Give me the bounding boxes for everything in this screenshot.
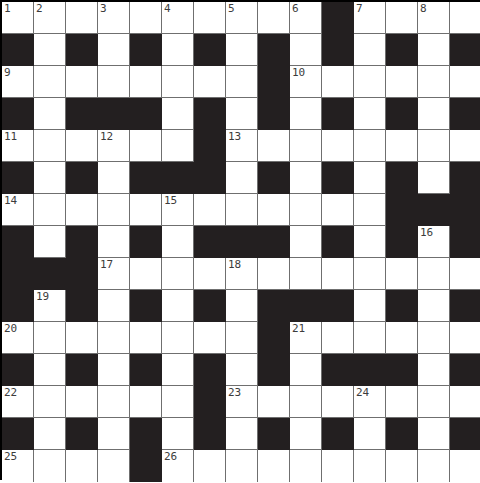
white-cell-r7c3[interactable] xyxy=(98,226,130,258)
black-cell-r5c10 xyxy=(322,162,354,194)
black-cell-r6c14 xyxy=(450,194,480,226)
clue-number-20: 20 xyxy=(4,322,17,335)
black-cell-r7c0 xyxy=(2,226,34,258)
black-cell-r5c14 xyxy=(450,162,480,194)
black-cell-r13c8 xyxy=(258,418,290,450)
white-cell-r6c8[interactable] xyxy=(258,194,290,226)
white-cell-r8c13[interactable] xyxy=(418,258,450,290)
black-cell-r11c14 xyxy=(450,354,480,386)
black-cell-r5c6 xyxy=(194,162,226,194)
white-cell-r8c11[interactable] xyxy=(354,258,386,290)
white-cell-r12c0[interactable]: 22 xyxy=(2,386,34,418)
white-cell-r11c9[interactable] xyxy=(290,354,322,386)
black-cell-r4c6 xyxy=(194,130,226,162)
white-cell-r10c12[interactable] xyxy=(386,322,418,354)
white-cell-r8c9[interactable] xyxy=(290,258,322,290)
black-cell-r1c12 xyxy=(386,34,418,66)
black-cell-r3c4 xyxy=(130,98,162,130)
clue-number-24: 24 xyxy=(356,386,369,399)
white-cell-r3c7[interactable] xyxy=(226,98,258,130)
white-cell-r2c10[interactable] xyxy=(322,66,354,98)
black-cell-r11c12 xyxy=(386,354,418,386)
white-cell-r13c1[interactable] xyxy=(34,418,66,450)
clue-number-17: 17 xyxy=(100,258,113,271)
white-cell-r6c9[interactable] xyxy=(290,194,322,226)
white-cell-r14c9[interactable] xyxy=(290,450,322,482)
white-cell-r2c1[interactable] xyxy=(34,66,66,98)
black-cell-r9c12 xyxy=(386,290,418,322)
white-cell-r0c11[interactable]: 7 xyxy=(354,2,386,34)
black-cell-r1c14 xyxy=(450,34,480,66)
black-cell-r8c1 xyxy=(34,258,66,290)
black-cell-r6c13 xyxy=(418,194,450,226)
clue-number-25: 25 xyxy=(4,450,17,463)
white-cell-r11c1[interactable] xyxy=(34,354,66,386)
black-cell-r1c2 xyxy=(66,34,98,66)
white-cell-r12c14[interactable] xyxy=(450,386,480,418)
white-cell-r0c7[interactable]: 5 xyxy=(226,2,258,34)
white-cell-r4c10[interactable] xyxy=(322,130,354,162)
white-cell-r14c11[interactable] xyxy=(354,450,386,482)
black-cell-r5c8 xyxy=(258,162,290,194)
white-cell-r14c10[interactable] xyxy=(322,450,354,482)
black-cell-r3c2 xyxy=(66,98,98,130)
clue-number-8: 8 xyxy=(420,2,427,15)
black-cell-r3c8 xyxy=(258,98,290,130)
white-cell-r8c6[interactable] xyxy=(194,258,226,290)
white-cell-r12c8[interactable] xyxy=(258,386,290,418)
white-cell-r4c14[interactable] xyxy=(450,130,480,162)
white-cell-r4c4[interactable] xyxy=(130,130,162,162)
white-cell-r0c14[interactable] xyxy=(450,2,480,34)
white-cell-r0c3[interactable]: 3 xyxy=(98,2,130,34)
white-cell-r10c14[interactable] xyxy=(450,322,480,354)
white-cell-r10c0[interactable]: 20 xyxy=(2,322,34,354)
black-cell-r1c8 xyxy=(258,34,290,66)
clue-number-12: 12 xyxy=(100,130,113,143)
clue-number-21: 21 xyxy=(292,322,305,335)
black-cell-r7c6 xyxy=(194,226,226,258)
clue-number-26: 26 xyxy=(164,450,177,463)
white-cell-r4c1[interactable] xyxy=(34,130,66,162)
white-cell-r4c0[interactable]: 11 xyxy=(2,130,34,162)
white-cell-r4c12[interactable] xyxy=(386,130,418,162)
clue-number-13: 13 xyxy=(228,130,241,143)
white-cell-r7c11[interactable] xyxy=(354,226,386,258)
clue-number-14: 14 xyxy=(4,194,17,207)
white-cell-r2c11[interactable] xyxy=(354,66,386,98)
white-cell-r10c13[interactable] xyxy=(418,322,450,354)
white-cell-r10c6[interactable] xyxy=(194,322,226,354)
white-cell-r2c3[interactable] xyxy=(98,66,130,98)
white-cell-r11c3[interactable] xyxy=(98,354,130,386)
white-cell-r9c1[interactable]: 19 xyxy=(34,290,66,322)
white-cell-r9c7[interactable] xyxy=(226,290,258,322)
black-cell-r14c4 xyxy=(130,450,162,482)
white-cell-r9c3[interactable] xyxy=(98,290,130,322)
black-cell-r5c0 xyxy=(2,162,34,194)
white-cell-r7c5[interactable] xyxy=(162,226,194,258)
white-cell-r13c7[interactable] xyxy=(226,418,258,450)
clue-number-15: 15 xyxy=(164,194,177,207)
black-cell-r9c4 xyxy=(130,290,162,322)
white-cell-r2c9[interactable]: 10 xyxy=(290,66,322,98)
white-cell-r4c9[interactable] xyxy=(290,130,322,162)
white-cell-r14c7[interactable] xyxy=(226,450,258,482)
white-cell-r2c12[interactable] xyxy=(386,66,418,98)
black-cell-r13c2 xyxy=(66,418,98,450)
black-cell-r3c0 xyxy=(2,98,34,130)
white-cell-r10c10[interactable] xyxy=(322,322,354,354)
white-cell-r1c1[interactable] xyxy=(34,34,66,66)
black-cell-r5c5 xyxy=(162,162,194,194)
white-cell-r10c2[interactable] xyxy=(66,322,98,354)
white-cell-r9c13[interactable] xyxy=(418,290,450,322)
white-cell-r2c13[interactable] xyxy=(418,66,450,98)
black-cell-r8c0 xyxy=(2,258,34,290)
white-cell-r14c8[interactable] xyxy=(258,450,290,482)
white-cell-r8c12[interactable] xyxy=(386,258,418,290)
black-cell-r8c2 xyxy=(66,258,98,290)
white-cell-r6c4[interactable] xyxy=(130,194,162,226)
white-cell-r4c5[interactable] xyxy=(162,130,194,162)
white-cell-r7c13[interactable]: 16 xyxy=(418,226,450,258)
white-cell-r5c9[interactable] xyxy=(290,162,322,194)
white-cell-r2c6[interactable] xyxy=(194,66,226,98)
white-cell-r4c2[interactable] xyxy=(66,130,98,162)
white-cell-r8c7[interactable]: 18 xyxy=(226,258,258,290)
black-cell-r9c9 xyxy=(290,290,322,322)
clue-number-2: 2 xyxy=(36,2,43,15)
black-cell-r9c10 xyxy=(322,290,354,322)
white-cell-r2c7[interactable] xyxy=(226,66,258,98)
black-cell-r3c12 xyxy=(386,98,418,130)
black-cell-r3c3 xyxy=(98,98,130,130)
black-cell-r10c8 xyxy=(258,322,290,354)
white-cell-r5c7[interactable] xyxy=(226,162,258,194)
black-cell-r3c6 xyxy=(194,98,226,130)
black-cell-r7c2 xyxy=(66,226,98,258)
white-cell-r0c5[interactable]: 4 xyxy=(162,2,194,34)
white-cell-r1c5[interactable] xyxy=(162,34,194,66)
black-cell-r11c0 xyxy=(2,354,34,386)
black-cell-r5c4 xyxy=(130,162,162,194)
white-cell-r6c6[interactable] xyxy=(194,194,226,226)
black-cell-r3c14 xyxy=(450,98,480,130)
white-cell-r14c0[interactable]: 25 xyxy=(2,450,34,482)
black-cell-r11c6 xyxy=(194,354,226,386)
white-cell-r5c13[interactable] xyxy=(418,162,450,194)
white-cell-r12c13[interactable] xyxy=(418,386,450,418)
black-cell-r7c8 xyxy=(258,226,290,258)
clue-number-11: 11 xyxy=(4,130,17,143)
white-cell-r5c1[interactable] xyxy=(34,162,66,194)
white-cell-r10c3[interactable] xyxy=(98,322,130,354)
white-cell-r7c9[interactable] xyxy=(290,226,322,258)
black-cell-r13c6 xyxy=(194,418,226,450)
black-cell-r5c2 xyxy=(66,162,98,194)
white-cell-r4c13[interactable] xyxy=(418,130,450,162)
white-cell-r7c1[interactable] xyxy=(34,226,66,258)
white-cell-r14c2[interactable] xyxy=(66,450,98,482)
white-cell-r0c0[interactable]: 1 xyxy=(2,2,34,34)
white-cell-r13c9[interactable] xyxy=(290,418,322,450)
white-cell-r6c0[interactable]: 14 xyxy=(2,194,34,226)
white-cell-r12c2[interactable] xyxy=(66,386,98,418)
white-cell-r12c7[interactable]: 23 xyxy=(226,386,258,418)
white-cell-r8c3[interactable]: 17 xyxy=(98,258,130,290)
black-cell-r1c0 xyxy=(2,34,34,66)
crossword-board: 1234567891011121314151617181920212223242… xyxy=(0,0,480,483)
white-cell-r14c1[interactable] xyxy=(34,450,66,482)
black-cell-r7c7 xyxy=(226,226,258,258)
black-cell-r3c10 xyxy=(322,98,354,130)
white-cell-r3c11[interactable] xyxy=(354,98,386,130)
white-cell-r6c1[interactable] xyxy=(34,194,66,226)
white-cell-r1c7[interactable] xyxy=(226,34,258,66)
black-cell-r13c12 xyxy=(386,418,418,450)
white-cell-r6c10[interactable] xyxy=(322,194,354,226)
black-cell-r11c4 xyxy=(130,354,162,386)
crossword-grid: 1234567891011121314151617181920212223242… xyxy=(0,0,480,480)
clue-number-5: 5 xyxy=(228,2,235,15)
white-cell-r14c5[interactable]: 26 xyxy=(162,450,194,482)
white-cell-r14c13[interactable] xyxy=(418,450,450,482)
black-cell-r5c12 xyxy=(386,162,418,194)
black-cell-r1c10 xyxy=(322,34,354,66)
white-cell-r6c2[interactable] xyxy=(66,194,98,226)
black-cell-r9c14 xyxy=(450,290,480,322)
white-cell-r13c11[interactable] xyxy=(354,418,386,450)
white-cell-r6c7[interactable] xyxy=(226,194,258,226)
white-cell-r12c4[interactable] xyxy=(130,386,162,418)
white-cell-r10c4[interactable] xyxy=(130,322,162,354)
white-cell-r3c9[interactable] xyxy=(290,98,322,130)
clue-number-6: 6 xyxy=(292,2,299,15)
black-cell-r13c10 xyxy=(322,418,354,450)
black-cell-r11c2 xyxy=(66,354,98,386)
black-cell-r13c4 xyxy=(130,418,162,450)
black-cell-r12c6 xyxy=(194,386,226,418)
black-cell-r7c4 xyxy=(130,226,162,258)
white-cell-r2c2[interactable] xyxy=(66,66,98,98)
white-cell-r8c10[interactable] xyxy=(322,258,354,290)
white-cell-r0c8[interactable] xyxy=(258,2,290,34)
clue-number-1: 1 xyxy=(4,2,11,15)
black-cell-r9c2 xyxy=(66,290,98,322)
black-cell-r0c10 xyxy=(322,2,354,34)
clue-number-19: 19 xyxy=(36,290,49,303)
white-cell-r10c1[interactable] xyxy=(34,322,66,354)
black-cell-r9c6 xyxy=(194,290,226,322)
white-cell-r3c1[interactable] xyxy=(34,98,66,130)
white-cell-r8c14[interactable] xyxy=(450,258,480,290)
clue-number-16: 16 xyxy=(420,226,433,239)
white-cell-r13c5[interactable] xyxy=(162,418,194,450)
white-cell-r2c0[interactable]: 9 xyxy=(2,66,34,98)
white-cell-r1c9[interactable] xyxy=(290,34,322,66)
white-cell-r4c7[interactable]: 13 xyxy=(226,130,258,162)
black-cell-r7c14 xyxy=(450,226,480,258)
white-cell-r10c5[interactable] xyxy=(162,322,194,354)
white-cell-r3c13[interactable] xyxy=(418,98,450,130)
black-cell-r13c14 xyxy=(450,418,480,450)
white-cell-r0c4[interactable] xyxy=(130,2,162,34)
white-cell-r10c11[interactable] xyxy=(354,322,386,354)
white-cell-r0c6[interactable] xyxy=(194,2,226,34)
white-cell-r1c11[interactable] xyxy=(354,34,386,66)
white-cell-r0c12[interactable] xyxy=(386,2,418,34)
clue-number-23: 23 xyxy=(228,386,241,399)
white-cell-r0c13[interactable]: 8 xyxy=(418,2,450,34)
white-cell-r2c4[interactable] xyxy=(130,66,162,98)
white-cell-r10c9[interactable]: 21 xyxy=(290,322,322,354)
black-cell-r9c8 xyxy=(258,290,290,322)
white-cell-r4c3[interactable]: 12 xyxy=(98,130,130,162)
black-cell-r2c8 xyxy=(258,66,290,98)
white-cell-r4c11[interactable] xyxy=(354,130,386,162)
white-cell-r11c13[interactable] xyxy=(418,354,450,386)
black-cell-r1c4 xyxy=(130,34,162,66)
white-cell-r2c5[interactable] xyxy=(162,66,194,98)
white-cell-r0c9[interactable]: 6 xyxy=(290,2,322,34)
white-cell-r14c3[interactable] xyxy=(98,450,130,482)
white-cell-r10c7[interactable] xyxy=(226,322,258,354)
black-cell-r7c12 xyxy=(386,226,418,258)
white-cell-r13c13[interactable] xyxy=(418,418,450,450)
white-cell-r14c14[interactable] xyxy=(450,450,480,482)
white-cell-r9c11[interactable] xyxy=(354,290,386,322)
white-cell-r12c10[interactable] xyxy=(322,386,354,418)
white-cell-r8c8[interactable] xyxy=(258,258,290,290)
clue-number-4: 4 xyxy=(164,2,171,15)
white-cell-r11c5[interactable] xyxy=(162,354,194,386)
clue-number-7: 7 xyxy=(356,2,363,15)
black-cell-r9c0 xyxy=(2,290,34,322)
white-cell-r9c5[interactable] xyxy=(162,290,194,322)
black-cell-r11c10 xyxy=(322,354,354,386)
white-cell-r12c3[interactable] xyxy=(98,386,130,418)
white-cell-r14c6[interactable] xyxy=(194,450,226,482)
black-cell-r7c10 xyxy=(322,226,354,258)
white-cell-r5c11[interactable] xyxy=(354,162,386,194)
white-cell-r12c11[interactable]: 24 xyxy=(354,386,386,418)
clue-number-10: 10 xyxy=(292,66,305,79)
white-cell-r12c12[interactable] xyxy=(386,386,418,418)
white-cell-r2c14[interactable] xyxy=(450,66,480,98)
white-cell-r14c12[interactable] xyxy=(386,450,418,482)
clue-number-18: 18 xyxy=(228,258,241,271)
white-cell-r8c5[interactable] xyxy=(162,258,194,290)
white-cell-r0c2[interactable] xyxy=(66,2,98,34)
black-cell-r6c12 xyxy=(386,194,418,226)
black-cell-r11c8 xyxy=(258,354,290,386)
white-cell-r1c3[interactable] xyxy=(98,34,130,66)
black-cell-r11c11 xyxy=(354,354,386,386)
white-cell-r5c3[interactable] xyxy=(98,162,130,194)
white-cell-r12c1[interactable] xyxy=(34,386,66,418)
white-cell-r6c3[interactable] xyxy=(98,194,130,226)
black-cell-r13c0 xyxy=(2,418,34,450)
white-cell-r6c5[interactable]: 15 xyxy=(162,194,194,226)
clue-number-9: 9 xyxy=(4,66,11,79)
white-cell-r13c3[interactable] xyxy=(98,418,130,450)
white-cell-r1c13[interactable] xyxy=(418,34,450,66)
clue-number-3: 3 xyxy=(100,2,107,15)
white-cell-r11c7[interactable] xyxy=(226,354,258,386)
white-cell-r0c1[interactable]: 2 xyxy=(34,2,66,34)
white-cell-r12c5[interactable] xyxy=(162,386,194,418)
black-cell-r1c6 xyxy=(194,34,226,66)
white-cell-r3c5[interactable] xyxy=(162,98,194,130)
white-cell-r4c8[interactable] xyxy=(258,130,290,162)
white-cell-r8c4[interactable] xyxy=(130,258,162,290)
white-cell-r6c11[interactable] xyxy=(354,194,386,226)
white-cell-r12c9[interactable] xyxy=(290,386,322,418)
clue-number-22: 22 xyxy=(4,386,17,399)
